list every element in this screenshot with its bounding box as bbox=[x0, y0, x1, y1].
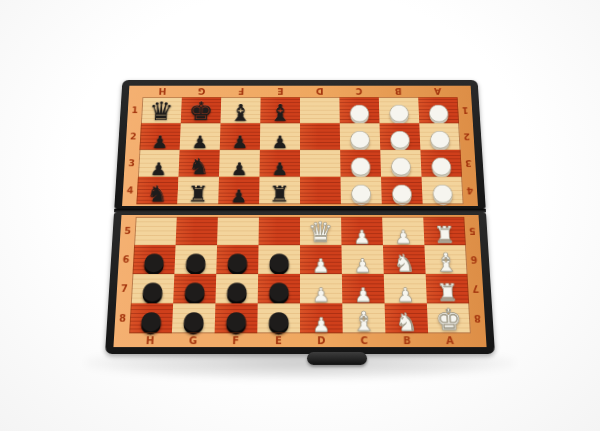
square-b3[interactable]: ● bbox=[380, 150, 421, 177]
square-a3[interactable]: ● bbox=[420, 150, 462, 177]
square-g7[interactable]: ● bbox=[173, 274, 216, 303]
square-g8[interactable]: ● bbox=[172, 303, 216, 333]
file-label-bottom-G: G bbox=[171, 333, 214, 347]
white-draughts-man[interactable]: ● bbox=[389, 127, 411, 149]
rank-label-left-3: 3 bbox=[124, 150, 140, 177]
file-label-top-C: C bbox=[339, 86, 379, 98]
white-pawn[interactable]: ♟ bbox=[354, 285, 372, 304]
square-g1[interactable]: ♚ bbox=[181, 97, 221, 123]
rank-label-right-3: 3 bbox=[461, 150, 477, 177]
black-king[interactable]: ♚ bbox=[188, 99, 214, 124]
black-queen[interactable]: ♛ bbox=[148, 99, 174, 124]
white-draughts-man[interactable]: ● bbox=[431, 180, 454, 203]
square-d8[interactable]: ♟ bbox=[300, 303, 343, 333]
square-f2[interactable]: ♟ bbox=[220, 123, 261, 149]
black-draughts-man[interactable]: ● bbox=[225, 278, 248, 303]
square-e6[interactable]: ● bbox=[258, 245, 300, 274]
square-c7[interactable]: ♟ bbox=[342, 274, 385, 303]
square-h3[interactable]: ♟ bbox=[138, 150, 180, 177]
white-pawn[interactable]: ♟ bbox=[394, 228, 412, 246]
square-f8[interactable]: ● bbox=[215, 303, 258, 333]
black-knight[interactable]: ♞ bbox=[188, 156, 210, 178]
square-a6[interactable]: ♝ bbox=[424, 245, 467, 274]
white-pawn[interactable]: ♟ bbox=[354, 256, 372, 275]
square-h2[interactable]: ♟ bbox=[139, 123, 180, 149]
square-d2[interactable] bbox=[300, 123, 340, 149]
black-rook[interactable]: ♜ bbox=[187, 183, 209, 205]
latch-clasp bbox=[307, 352, 367, 365]
corner-cell bbox=[129, 86, 143, 98]
square-d6[interactable]: ♟ bbox=[300, 245, 342, 274]
square-g4[interactable]: ♜ bbox=[177, 177, 219, 205]
square-d4[interactable] bbox=[300, 177, 341, 205]
white-draughts-man[interactable]: ● bbox=[430, 153, 452, 176]
white-draughts-man[interactable]: ● bbox=[349, 127, 371, 149]
white-rook[interactable]: ♜ bbox=[433, 223, 456, 246]
square-e5[interactable] bbox=[259, 217, 300, 245]
white-rook[interactable]: ♜ bbox=[436, 281, 459, 305]
file-label-bottom-E: E bbox=[257, 333, 300, 347]
white-king[interactable]: ♚ bbox=[435, 305, 463, 334]
square-e4[interactable]: ♜ bbox=[259, 177, 300, 205]
square-a5[interactable]: ♜ bbox=[423, 217, 466, 245]
rank-label-right-5: 5 bbox=[464, 217, 480, 245]
corner-cell bbox=[457, 86, 471, 98]
black-draughts-man[interactable]: ● bbox=[142, 249, 165, 273]
black-pawn[interactable]: ♟ bbox=[230, 187, 247, 205]
black-draughts-man[interactable]: ● bbox=[268, 249, 290, 273]
file-label-top-B: B bbox=[378, 86, 418, 98]
rank-label-left-7: 7 bbox=[116, 274, 132, 303]
black-pawn[interactable]: ♟ bbox=[272, 133, 289, 150]
black-pawn[interactable]: ♟ bbox=[151, 133, 169, 150]
black-bishop[interactable]: ♝ bbox=[229, 101, 252, 124]
square-e8[interactable]: ● bbox=[257, 303, 300, 333]
square-b1[interactable]: ● bbox=[379, 97, 419, 123]
board-top-face: HGFEDCBA1♛♚♝♝●●●12♟♟♟♟●●●23♟♞♟♟●●●34♞♜♟♜… bbox=[122, 86, 478, 206]
square-b8[interactable]: ♞ bbox=[385, 303, 429, 333]
square-g2[interactable]: ♟ bbox=[180, 123, 221, 149]
square-b7[interactable]: ♟ bbox=[384, 274, 427, 303]
file-label-top-A: A bbox=[418, 86, 458, 98]
black-draughts-man[interactable]: ● bbox=[267, 307, 290, 332]
white-knight[interactable]: ♞ bbox=[393, 252, 416, 275]
square-f6[interactable]: ● bbox=[216, 245, 258, 274]
black-pawn[interactable]: ♟ bbox=[150, 160, 168, 177]
square-f4[interactable]: ♟ bbox=[218, 177, 259, 205]
square-h4[interactable]: ♞ bbox=[136, 177, 178, 205]
square-e2[interactable]: ♟ bbox=[260, 123, 300, 149]
square-h7[interactable]: ● bbox=[131, 274, 175, 303]
file-label-bottom-H: H bbox=[128, 333, 171, 347]
white-draughts-man[interactable]: ● bbox=[388, 101, 410, 123]
black-draughts-man[interactable]: ● bbox=[141, 278, 164, 303]
square-c4[interactable]: ● bbox=[341, 177, 382, 205]
black-pawn[interactable]: ♟ bbox=[191, 133, 208, 150]
corner-cell bbox=[113, 333, 129, 347]
square-d7[interactable]: ♟ bbox=[300, 274, 342, 303]
black-draughts-man[interactable]: ● bbox=[182, 307, 205, 332]
white-pawn[interactable]: ♟ bbox=[353, 228, 371, 246]
square-h5[interactable] bbox=[134, 217, 177, 245]
black-draughts-man[interactable]: ● bbox=[268, 278, 290, 303]
square-h1[interactable]: ♛ bbox=[141, 97, 182, 123]
rank-label-left-4: 4 bbox=[122, 177, 138, 205]
square-f3[interactable]: ♟ bbox=[219, 150, 260, 177]
white-bishop[interactable]: ♝ bbox=[352, 308, 377, 334]
white-draughts-man[interactable]: ● bbox=[349, 101, 370, 123]
black-rook[interactable]: ♜ bbox=[269, 183, 290, 205]
square-f5[interactable] bbox=[217, 217, 259, 245]
black-draughts-man[interactable]: ● bbox=[139, 307, 163, 332]
square-f1[interactable]: ♝ bbox=[220, 97, 260, 123]
square-h8[interactable]: ● bbox=[129, 303, 173, 333]
square-h6[interactable]: ● bbox=[132, 245, 175, 274]
square-c3[interactable]: ● bbox=[340, 150, 381, 177]
rank-label-left-2: 2 bbox=[125, 123, 140, 149]
rank-label-right-1: 1 bbox=[458, 97, 473, 123]
square-g5[interactable] bbox=[176, 217, 218, 245]
board-top-half-frame: HGFEDCBA1♛♚♝♝●●●12♟♟♟♟●●●23♟♞♟♟●●●34♞♜♟♜… bbox=[114, 80, 485, 209]
white-draughts-man[interactable]: ● bbox=[429, 127, 451, 149]
square-c5[interactable]: ♟ bbox=[341, 217, 383, 245]
rank-label-right-4: 4 bbox=[462, 177, 478, 205]
rank-label-left-6: 6 bbox=[118, 245, 134, 274]
corner-cell bbox=[471, 333, 487, 347]
square-d5[interactable]: ♛ bbox=[300, 217, 341, 245]
white-pawn[interactable]: ♟ bbox=[312, 285, 330, 304]
folding-board: HGFEDCBA1♛♚♝♝●●●12♟♟♟♟●●●23♟♞♟♟●●●34♞♜♟♜… bbox=[105, 80, 495, 354]
white-pawn[interactable]: ♟ bbox=[312, 256, 330, 275]
rank-label-right-6: 6 bbox=[466, 245, 482, 274]
square-c1[interactable]: ● bbox=[339, 97, 379, 123]
product-photo-scene: HGFEDCBA1♛♚♝♝●●●12♟♟♟♟●●●23♟♞♟♟●●●34♞♜♟♜… bbox=[0, 0, 600, 431]
square-b6[interactable]: ♞ bbox=[383, 245, 426, 274]
black-pawn[interactable]: ♟ bbox=[271, 160, 288, 177]
black-draughts-man[interactable]: ● bbox=[225, 307, 248, 332]
square-c8[interactable]: ♝ bbox=[342, 303, 385, 333]
black-bishop[interactable]: ♝ bbox=[269, 101, 291, 124]
square-a2[interactable]: ● bbox=[419, 123, 460, 149]
white-pawn[interactable]: ♟ bbox=[312, 315, 330, 334]
square-g3[interactable]: ♞ bbox=[178, 150, 219, 177]
white-draughts-man[interactable]: ● bbox=[350, 180, 372, 203]
black-draughts-man[interactable]: ● bbox=[226, 249, 249, 273]
black-knight[interactable]: ♞ bbox=[146, 183, 168, 205]
board-bottom-half-frame: 5♛♟♟♜56●●●●♟♟♞♝67●●●●♟♟♟♜78●●●●♟♝♞♚8HGFE… bbox=[105, 212, 495, 354]
square-d3[interactable] bbox=[300, 150, 341, 177]
white-draughts-man[interactable]: ● bbox=[350, 153, 372, 176]
black-pawn[interactable]: ♟ bbox=[231, 160, 248, 177]
white-draughts-man[interactable]: ● bbox=[390, 153, 412, 176]
white-pawn[interactable]: ♟ bbox=[396, 285, 414, 304]
square-c2[interactable]: ● bbox=[340, 123, 381, 149]
rank-label-left-5: 5 bbox=[120, 217, 136, 245]
square-b5[interactable]: ♟ bbox=[382, 217, 424, 245]
white-knight[interactable]: ♞ bbox=[395, 310, 418, 334]
rank-label-left-1: 1 bbox=[127, 97, 142, 123]
square-e3[interactable]: ♟ bbox=[259, 150, 300, 177]
white-bishop[interactable]: ♝ bbox=[434, 250, 459, 275]
square-f7[interactable]: ● bbox=[215, 274, 258, 303]
square-a8[interactable]: ♚ bbox=[427, 303, 471, 333]
square-b2[interactable]: ● bbox=[380, 123, 421, 149]
square-d1[interactable] bbox=[300, 97, 340, 123]
file-label-top-D: D bbox=[300, 86, 339, 98]
rank-label-left-8: 8 bbox=[114, 303, 131, 333]
white-queen[interactable]: ♛ bbox=[308, 219, 334, 246]
file-label-top-E: E bbox=[261, 86, 300, 98]
rank-label-right-7: 7 bbox=[468, 274, 484, 303]
black-pawn[interactable]: ♟ bbox=[231, 133, 248, 150]
square-a7[interactable]: ♜ bbox=[426, 274, 470, 303]
square-b4[interactable]: ● bbox=[381, 177, 423, 205]
square-c6[interactable]: ♟ bbox=[341, 245, 383, 274]
file-label-bottom-F: F bbox=[214, 333, 257, 347]
black-draughts-man[interactable]: ● bbox=[184, 249, 207, 273]
square-g6[interactable]: ● bbox=[174, 245, 217, 274]
rank-label-right-8: 8 bbox=[469, 303, 486, 333]
file-label-top-F: F bbox=[221, 86, 261, 98]
square-e7[interactable]: ● bbox=[258, 274, 300, 303]
square-e1[interactable]: ♝ bbox=[260, 97, 300, 123]
white-draughts-man[interactable]: ● bbox=[428, 101, 450, 123]
square-a4[interactable]: ● bbox=[422, 177, 464, 205]
rank-label-right-2: 2 bbox=[459, 123, 474, 149]
white-draughts-man[interactable]: ● bbox=[391, 180, 413, 203]
black-draughts-man[interactable]: ● bbox=[183, 278, 206, 303]
square-a1[interactable]: ● bbox=[418, 97, 459, 123]
board-bottom-face: 5♛♟♟♜56●●●●♟♟♞♝67●●●●♟♟♟♜78●●●●♟♝♞♚8HGFE… bbox=[113, 215, 486, 347]
